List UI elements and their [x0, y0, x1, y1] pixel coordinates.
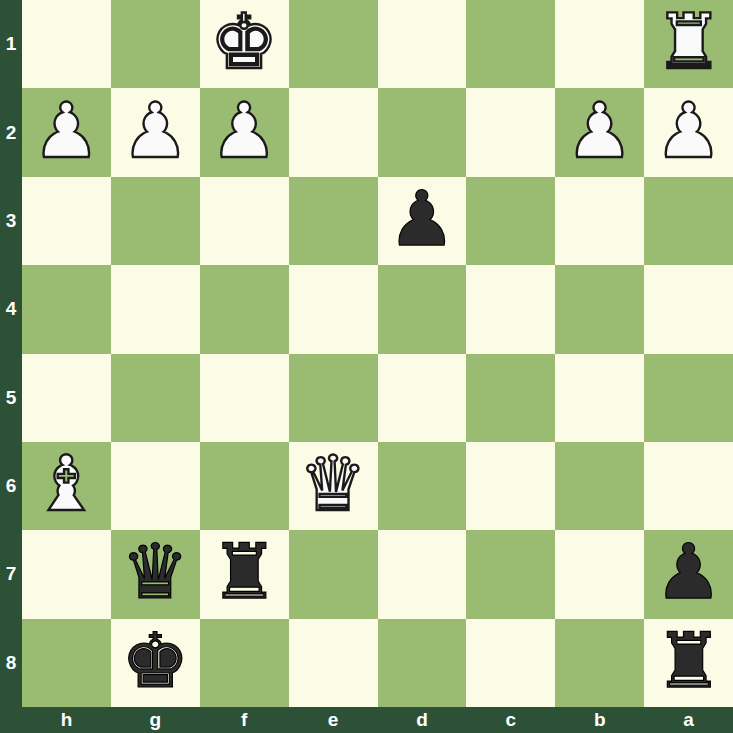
- square-c6[interactable]: [466, 442, 555, 530]
- piece-black-pawn[interactable]: ♟: [654, 534, 722, 610]
- square-c8[interactable]: [466, 619, 555, 707]
- square-f4[interactable]: [200, 265, 289, 353]
- piece-white-pawn[interactable]: ♟: [566, 93, 634, 169]
- rank-label-5: 5: [0, 354, 22, 442]
- square-a5[interactable]: [644, 354, 733, 442]
- piece-white-pawn[interactable]: ♟: [654, 93, 722, 169]
- square-f1[interactable]: ♚: [200, 0, 289, 88]
- square-g4[interactable]: [111, 265, 200, 353]
- square-a6[interactable]: [644, 442, 733, 530]
- square-g3[interactable]: [111, 177, 200, 265]
- square-e3[interactable]: [289, 177, 378, 265]
- file-label-d: d: [378, 707, 467, 733]
- piece-white-queen[interactable]: ♛: [299, 446, 367, 522]
- square-b1[interactable]: [555, 0, 644, 88]
- file-label-e: e: [289, 707, 378, 733]
- file-label-b: b: [555, 707, 644, 733]
- square-h5[interactable]: [22, 354, 111, 442]
- square-h1[interactable]: [22, 0, 111, 88]
- rank-label-4: 4: [0, 265, 22, 353]
- square-d8[interactable]: [378, 619, 467, 707]
- piece-white-bishop[interactable]: ♝: [32, 446, 100, 522]
- square-h8[interactable]: [22, 619, 111, 707]
- square-e4[interactable]: [289, 265, 378, 353]
- square-g1[interactable]: [111, 0, 200, 88]
- piece-white-king[interactable]: ♚: [210, 4, 278, 80]
- rank-label-2: 2: [0, 88, 22, 176]
- square-b3[interactable]: [555, 177, 644, 265]
- square-g6[interactable]: [111, 442, 200, 530]
- rank-label-1: 1: [0, 0, 22, 88]
- file-label-f: f: [200, 707, 289, 733]
- square-f7[interactable]: ♜: [200, 530, 289, 618]
- square-h4[interactable]: [22, 265, 111, 353]
- piece-white-rook[interactable]: ♜: [654, 4, 722, 80]
- square-b4[interactable]: [555, 265, 644, 353]
- square-d5[interactable]: [378, 354, 467, 442]
- square-g7[interactable]: ♛: [111, 530, 200, 618]
- square-b6[interactable]: [555, 442, 644, 530]
- square-e8[interactable]: [289, 619, 378, 707]
- square-c7[interactable]: [466, 530, 555, 618]
- square-h3[interactable]: [22, 177, 111, 265]
- square-f8[interactable]: [200, 619, 289, 707]
- square-f5[interactable]: [200, 354, 289, 442]
- square-d2[interactable]: [378, 88, 467, 176]
- piece-white-pawn[interactable]: ♟: [32, 93, 100, 169]
- piece-white-pawn[interactable]: ♟: [121, 93, 189, 169]
- square-a1[interactable]: ♜: [644, 0, 733, 88]
- square-c4[interactable]: [466, 265, 555, 353]
- square-c5[interactable]: [466, 354, 555, 442]
- square-h6[interactable]: ♝: [22, 442, 111, 530]
- square-b7[interactable]: [555, 530, 644, 618]
- square-d4[interactable]: [378, 265, 467, 353]
- piece-black-rook[interactable]: ♜: [654, 623, 722, 699]
- square-b5[interactable]: [555, 354, 644, 442]
- piece-black-rook[interactable]: ♜: [210, 534, 278, 610]
- square-c3[interactable]: [466, 177, 555, 265]
- piece-black-pawn[interactable]: ♟: [388, 181, 456, 257]
- square-b2[interactable]: ♟: [555, 88, 644, 176]
- square-b8[interactable]: [555, 619, 644, 707]
- square-c2[interactable]: [466, 88, 555, 176]
- square-e6[interactable]: ♛: [289, 442, 378, 530]
- square-e1[interactable]: [289, 0, 378, 88]
- square-h2[interactable]: ♟: [22, 88, 111, 176]
- square-a7[interactable]: ♟: [644, 530, 733, 618]
- file-labels: hgfedcba: [22, 707, 733, 733]
- square-a8[interactable]: ♜: [644, 619, 733, 707]
- piece-black-king[interactable]: ♚: [121, 623, 189, 699]
- square-g5[interactable]: [111, 354, 200, 442]
- file-label-h: h: [22, 707, 111, 733]
- square-e5[interactable]: [289, 354, 378, 442]
- square-f2[interactable]: ♟: [200, 88, 289, 176]
- square-g8[interactable]: ♚: [111, 619, 200, 707]
- piece-white-pawn[interactable]: ♟: [210, 93, 278, 169]
- rank-label-3: 3: [0, 177, 22, 265]
- square-d6[interactable]: [378, 442, 467, 530]
- rank-label-6: 6: [0, 442, 22, 530]
- square-g2[interactable]: ♟: [111, 88, 200, 176]
- file-label-c: c: [466, 707, 555, 733]
- square-h7[interactable]: [22, 530, 111, 618]
- rank-label-8: 8: [0, 619, 22, 707]
- file-label-a: a: [644, 707, 733, 733]
- chessboard-frame: 12345678 ♚♜♟♟♟♟♟♟♝♛♛♜♟♚♜ hgfedcba: [0, 0, 733, 733]
- square-e7[interactable]: [289, 530, 378, 618]
- rank-labels: 12345678: [0, 0, 22, 707]
- square-a4[interactable]: [644, 265, 733, 353]
- square-d1[interactable]: [378, 0, 467, 88]
- square-f3[interactable]: [200, 177, 289, 265]
- square-a2[interactable]: ♟: [644, 88, 733, 176]
- square-d3[interactable]: ♟: [378, 177, 467, 265]
- square-d7[interactable]: [378, 530, 467, 618]
- file-label-g: g: [111, 707, 200, 733]
- rank-label-7: 7: [0, 530, 22, 618]
- square-f6[interactable]: [200, 442, 289, 530]
- square-a3[interactable]: [644, 177, 733, 265]
- square-c1[interactable]: [466, 0, 555, 88]
- piece-black-queen[interactable]: ♛: [121, 534, 189, 610]
- square-e2[interactable]: [289, 88, 378, 176]
- chess-board[interactable]: ♚♜♟♟♟♟♟♟♝♛♛♜♟♚♜: [22, 0, 733, 707]
